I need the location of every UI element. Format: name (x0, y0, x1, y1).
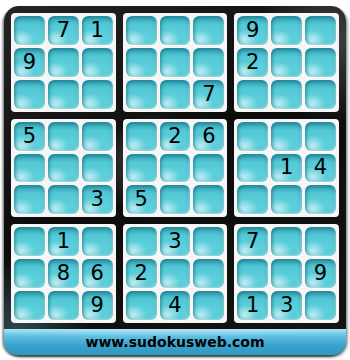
sudoku-cell-r6c8[interactable] (271, 185, 302, 214)
sudoku-cell-r8c9[interactable]: 9 (305, 259, 336, 288)
sudoku-cell-r5c9[interactable]: 4 (305, 154, 336, 183)
sudoku-cell-r3c8[interactable] (271, 80, 302, 109)
sudoku-box-4: 53 (11, 119, 116, 218)
sudoku-cell-r6c4[interactable]: 5 (126, 185, 157, 214)
sudoku-cell-r6c9[interactable] (305, 185, 336, 214)
sudoku-cell-r2c5[interactable] (160, 48, 191, 77)
sudoku-puzzle-image: 719792532651418693247913 www.sudokusweb.… (4, 6, 346, 355)
sudoku-cell-r3c1[interactable] (14, 80, 45, 109)
sudoku-cell-r6c3[interactable]: 3 (82, 185, 113, 214)
sudoku-cell-r7c6[interactable] (193, 227, 224, 256)
sudoku-cell-r1c4[interactable] (126, 16, 157, 45)
sudoku-cell-r1c1[interactable] (14, 16, 45, 45)
sudoku-cell-r1c3[interactable]: 1 (82, 16, 113, 45)
sudoku-cell-r7c7[interactable]: 7 (237, 227, 268, 256)
sudoku-cell-r6c6[interactable] (193, 185, 224, 214)
sudoku-box-2: 7 (123, 13, 228, 112)
sudoku-cell-r5c1[interactable] (14, 154, 45, 183)
sudoku-cell-r5c7[interactable] (237, 154, 268, 183)
sudoku-cell-r8c2[interactable]: 8 (48, 259, 79, 288)
sudoku-cell-r4c1[interactable]: 5 (14, 122, 45, 151)
sudoku-cell-r8c1[interactable] (14, 259, 45, 288)
sudoku-box-7: 1869 (11, 224, 116, 323)
sudoku-cell-r5c6[interactable] (193, 154, 224, 183)
sudoku-cell-r9c1[interactable] (14, 291, 45, 320)
footer-bar: www.sudokusweb.com (4, 329, 346, 355)
sudoku-cell-r6c5[interactable] (160, 185, 191, 214)
sudoku-cell-r8c5[interactable] (160, 259, 191, 288)
sudoku-cell-r3c9[interactable] (305, 80, 336, 109)
sudoku-cell-r9c5[interactable]: 4 (160, 291, 191, 320)
sudoku-box-9: 7913 (234, 224, 339, 323)
sudoku-cell-r5c5[interactable] (160, 154, 191, 183)
sudoku-box-5: 265 (123, 119, 228, 218)
sudoku-cell-r6c7[interactable] (237, 185, 268, 214)
site-url: www.sudokusweb.com (85, 334, 264, 350)
sudoku-cell-r1c2[interactable]: 7 (48, 16, 79, 45)
sudoku-cell-r9c3[interactable]: 9 (82, 291, 113, 320)
sudoku-box-8: 324 (123, 224, 228, 323)
sudoku-cell-r8c7[interactable] (237, 259, 268, 288)
sudoku-box-1: 719 (11, 13, 116, 112)
sudoku-cell-r4c5[interactable]: 2 (160, 122, 191, 151)
sudoku-cell-r9c7[interactable]: 1 (237, 291, 268, 320)
sudoku-cell-r2c9[interactable] (305, 48, 336, 77)
sudoku-board: 719792532651418693247913 (4, 6, 346, 329)
sudoku-cell-r5c2[interactable] (48, 154, 79, 183)
sudoku-cell-r7c9[interactable] (305, 227, 336, 256)
sudoku-cell-r2c2[interactable] (48, 48, 79, 77)
sudoku-cell-r3c4[interactable] (126, 80, 157, 109)
sudoku-cell-r2c7[interactable]: 2 (237, 48, 268, 77)
sudoku-cell-r2c8[interactable] (271, 48, 302, 77)
sudoku-cell-r4c8[interactable] (271, 122, 302, 151)
sudoku-cell-r7c3[interactable] (82, 227, 113, 256)
sudoku-cell-r9c6[interactable] (193, 291, 224, 320)
sudoku-cell-r3c6[interactable]: 7 (193, 80, 224, 109)
sudoku-cell-r5c4[interactable] (126, 154, 157, 183)
sudoku-cell-r5c8[interactable]: 1 (271, 154, 302, 183)
sudoku-cell-r8c4[interactable]: 2 (126, 259, 157, 288)
sudoku-cell-r4c9[interactable] (305, 122, 336, 151)
sudoku-cell-r9c8[interactable]: 3 (271, 291, 302, 320)
sudoku-cell-r4c3[interactable] (82, 122, 113, 151)
sudoku-cell-r6c2[interactable] (48, 185, 79, 214)
sudoku-cell-r4c2[interactable] (48, 122, 79, 151)
sudoku-cell-r8c6[interactable] (193, 259, 224, 288)
sudoku-cell-r8c8[interactable] (271, 259, 302, 288)
sudoku-cell-r1c6[interactable] (193, 16, 224, 45)
sudoku-cell-r2c1[interactable]: 9 (14, 48, 45, 77)
sudoku-cell-r7c4[interactable] (126, 227, 157, 256)
sudoku-cell-r1c5[interactable] (160, 16, 191, 45)
sudoku-cell-r2c3[interactable] (82, 48, 113, 77)
sudoku-cell-r7c8[interactable] (271, 227, 302, 256)
sudoku-box-6: 14 (234, 119, 339, 218)
sudoku-cell-r7c1[interactable] (14, 227, 45, 256)
sudoku-cell-r9c4[interactable] (126, 291, 157, 320)
sudoku-cell-r8c3[interactable]: 6 (82, 259, 113, 288)
sudoku-cell-r4c4[interactable] (126, 122, 157, 151)
sudoku-cell-r5c3[interactable] (82, 154, 113, 183)
sudoku-cell-r2c4[interactable] (126, 48, 157, 77)
sudoku-cell-r1c8[interactable] (271, 16, 302, 45)
sudoku-cell-r4c7[interactable] (237, 122, 268, 151)
sudoku-box-3: 92 (234, 13, 339, 112)
sudoku-cell-r2c6[interactable] (193, 48, 224, 77)
sudoku-cell-r9c9[interactable] (305, 291, 336, 320)
sudoku-cell-r4c6[interactable]: 6 (193, 122, 224, 151)
sudoku-cell-r3c3[interactable] (82, 80, 113, 109)
sudoku-cell-r1c7[interactable]: 9 (237, 16, 268, 45)
sudoku-cell-r9c2[interactable] (48, 291, 79, 320)
sudoku-cell-r3c2[interactable] (48, 80, 79, 109)
sudoku-cell-r7c2[interactable]: 1 (48, 227, 79, 256)
sudoku-cell-r3c7[interactable] (237, 80, 268, 109)
sudoku-cell-r3c5[interactable] (160, 80, 191, 109)
sudoku-cell-r6c1[interactable] (14, 185, 45, 214)
sudoku-cell-r7c5[interactable]: 3 (160, 227, 191, 256)
sudoku-cell-r1c9[interactable] (305, 16, 336, 45)
